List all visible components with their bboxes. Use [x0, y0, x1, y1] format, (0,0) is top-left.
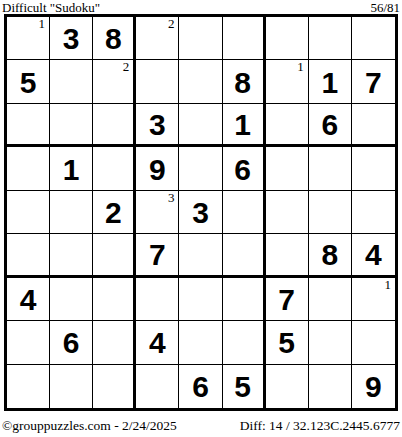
cell-r5c7[interactable]	[266, 191, 309, 234]
cell-r5c5: 3	[179, 191, 222, 234]
given-digit: 1	[321, 66, 338, 98]
cell-r1c1[interactable]: 1	[7, 17, 50, 60]
cell-r3c8: 6	[309, 104, 352, 147]
given-digit: 5	[234, 370, 251, 402]
cell-r4c9[interactable]	[352, 147, 395, 190]
cell-r7c2[interactable]	[50, 278, 93, 321]
pencil-mark: 1	[39, 17, 46, 31]
cell-r8c6[interactable]	[223, 321, 266, 364]
given-digit: 3	[149, 108, 166, 140]
cell-r9c5: 6	[179, 365, 222, 408]
given-digit: 9	[149, 153, 166, 185]
given-digit: 7	[149, 238, 166, 270]
given-digit: 3	[192, 196, 209, 228]
given-digit: 6	[321, 108, 338, 140]
cell-r4c6: 6	[223, 147, 266, 190]
cell-r4c8[interactable]	[309, 147, 352, 190]
cell-r2c7[interactable]: 1	[266, 60, 309, 103]
cell-r9c2[interactable]	[50, 365, 93, 408]
cell-r1c9[interactable]	[352, 17, 395, 60]
cell-r8c5[interactable]	[179, 321, 222, 364]
pencil-mark: 2	[168, 17, 175, 31]
cell-r4c1[interactable]	[7, 147, 50, 190]
cell-r6c7[interactable]	[266, 234, 309, 277]
cell-r5c8[interactable]	[309, 191, 352, 234]
cell-r7c9[interactable]: 1	[352, 278, 395, 321]
given-digit: 4	[149, 326, 166, 358]
cell-r2c3[interactable]: 2	[93, 60, 136, 103]
cell-r8c3[interactable]	[93, 321, 136, 364]
cell-r8c7: 5	[266, 321, 309, 364]
cell-r6c5[interactable]	[179, 234, 222, 277]
pencil-mark: 1	[384, 278, 391, 292]
cell-r8c1[interactable]	[7, 321, 50, 364]
given-digit: 6	[192, 370, 209, 402]
cell-r3c3[interactable]	[93, 104, 136, 147]
cell-r2c6: 8	[223, 60, 266, 103]
cell-r3c1[interactable]	[7, 104, 50, 147]
given-digit: 7	[365, 66, 382, 98]
given-digit: 1	[63, 153, 80, 185]
cell-r3c7[interactable]	[266, 104, 309, 147]
cell-r5c3: 2	[93, 191, 136, 234]
cell-r9c8[interactable]	[309, 365, 352, 408]
cell-r1c7[interactable]	[266, 17, 309, 60]
given-digit: 4	[20, 283, 37, 315]
cell-r6c9: 4	[352, 234, 395, 277]
cell-r3c6: 1	[223, 104, 266, 147]
cell-r6c3[interactable]	[93, 234, 136, 277]
cell-r2c1: 5	[7, 60, 50, 103]
given-digit: 4	[365, 238, 382, 270]
given-digit: 1	[234, 108, 251, 140]
given-digit: 7	[278, 283, 295, 315]
cell-r7c4[interactable]	[136, 278, 179, 321]
cell-r7c8[interactable]	[309, 278, 352, 321]
given-digit: 5	[278, 326, 295, 358]
cell-r7c6[interactable]	[223, 278, 266, 321]
cell-r8c4: 4	[136, 321, 179, 364]
cell-r6c1[interactable]	[7, 234, 50, 277]
cell-r1c8[interactable]	[309, 17, 352, 60]
cell-r2c2[interactable]	[50, 60, 93, 103]
cell-r4c7[interactable]	[266, 147, 309, 190]
cell-r5c4[interactable]: 3	[136, 191, 179, 234]
pencil-mark: 2	[123, 60, 130, 74]
cell-r9c9: 9	[352, 365, 395, 408]
cell-r9c6: 5	[223, 365, 266, 408]
cell-r2c8: 1	[309, 60, 352, 103]
cell-r9c3[interactable]	[93, 365, 136, 408]
cell-r5c1[interactable]	[7, 191, 50, 234]
cell-r1c6[interactable]	[223, 17, 266, 60]
cell-r4c3[interactable]	[93, 147, 136, 190]
pencil-mark: 1	[297, 60, 304, 74]
cell-r4c4: 9	[136, 147, 179, 190]
cell-r8c2: 6	[50, 321, 93, 364]
cell-r7c5[interactable]	[179, 278, 222, 321]
cell-r5c9[interactable]	[352, 191, 395, 234]
cell-r2c9: 7	[352, 60, 395, 103]
cell-r6c8: 8	[309, 234, 352, 277]
pencil-mark: 3	[168, 191, 175, 205]
cell-r3c4: 3	[136, 104, 179, 147]
cell-r4c2: 1	[50, 147, 93, 190]
cell-r7c1: 4	[7, 278, 50, 321]
header: Difficult "Sudoku" 56/81	[2, 0, 400, 14]
given-digit: 8	[105, 22, 122, 54]
given-digit: 2	[105, 196, 122, 228]
cell-r1c4[interactable]: 2	[136, 17, 179, 60]
cell-r3c9[interactable]	[352, 104, 395, 147]
cell-r5c6[interactable]	[223, 191, 266, 234]
sudoku-page: Difficult "Sudoku" 56/81 138252811731619…	[0, 0, 402, 437]
given-digit: 5	[20, 66, 37, 98]
cell-r2c5[interactable]	[179, 60, 222, 103]
given-digit: 6	[63, 326, 80, 358]
given-digit: 9	[365, 370, 382, 402]
cell-r9c4[interactable]	[136, 365, 179, 408]
cell-r1c2: 3	[50, 17, 93, 60]
cell-r7c7: 7	[266, 278, 309, 321]
cell-r6c4: 7	[136, 234, 179, 277]
cell-r8c9[interactable]	[352, 321, 395, 364]
cell-r2c4[interactable]	[136, 60, 179, 103]
given-digit: 8	[321, 238, 338, 270]
difficulty-text: Diff: 14 / 32.123C.2445.6777	[240, 418, 400, 434]
cell-r5c2[interactable]	[50, 191, 93, 234]
cell-r6c6[interactable]	[223, 234, 266, 277]
sudoku-grid: 1382528117316196233784471645659	[4, 14, 398, 411]
cell-r6c2[interactable]	[50, 234, 93, 277]
given-digit: 3	[63, 22, 80, 54]
cell-r1c3: 8	[93, 17, 136, 60]
given-digit: 8	[234, 66, 251, 98]
cell-r3c2[interactable]	[50, 104, 93, 147]
cell-r8c8[interactable]	[309, 321, 352, 364]
cell-r4c5[interactable]	[179, 147, 222, 190]
cell-r3c5[interactable]	[179, 104, 222, 147]
copyright-text: ©grouppuzzles.com - 2/24/2025	[2, 418, 177, 434]
cell-r9c7[interactable]	[266, 365, 309, 408]
cell-r1c5[interactable]	[179, 17, 222, 60]
cell-r9c1[interactable]	[7, 365, 50, 408]
cell-r7c3[interactable]	[93, 278, 136, 321]
given-digit: 6	[234, 153, 251, 185]
footer: ©grouppuzzles.com - 2/24/2025 Diff: 14 /…	[2, 419, 400, 434]
